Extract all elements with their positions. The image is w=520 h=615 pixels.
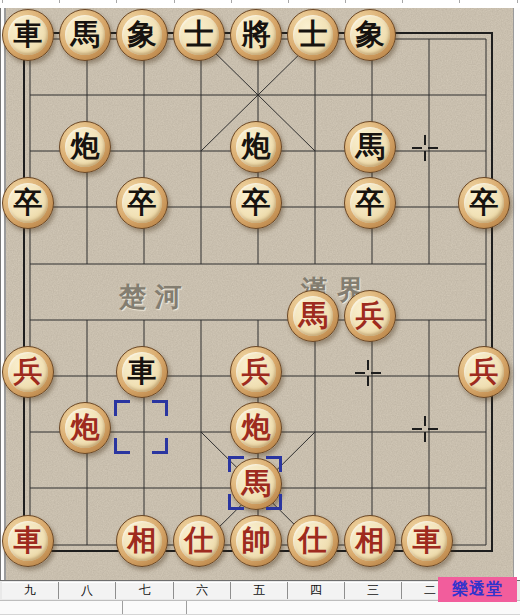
piece-character: 士 [185,20,214,49]
piece-character: 車 [14,526,43,555]
piece-black-chariot[interactable]: 車 [116,346,168,398]
window-right-border [513,8,520,580]
file-label-七: 七 [116,582,174,599]
file-label-五: 五 [231,582,288,599]
piece-character: 象 [356,20,385,49]
piece-black-elephant[interactable]: 象 [116,9,168,61]
piece-character: 卒 [242,188,271,217]
piece-red-chariot[interactable]: 車 [401,515,453,567]
piece-red-horse[interactable]: 馬 [287,290,339,342]
piece-character: 卒 [128,188,157,217]
piece-red-advisor[interactable]: 仕 [173,515,225,567]
piece-character: 兵 [242,357,271,386]
piece-black-chariot[interactable]: 車 [2,9,54,61]
piece-black-cannon[interactable]: 炮 [230,121,282,173]
piece-black-soldier[interactable]: 卒 [230,177,282,229]
file-label-三: 三 [345,582,402,599]
piece-character: 兵 [470,357,499,386]
piece-character: 炮 [71,413,100,442]
top-strip-tick [231,0,232,3]
piece-black-general[interactable]: 將 [230,9,282,61]
piece-black-advisor[interactable]: 士 [287,9,339,61]
piece-red-advisor[interactable]: 仕 [287,515,339,567]
piece-black-soldier[interactable]: 卒 [458,177,510,229]
top-strip-tick [2,0,3,3]
piece-black-elephant[interactable]: 象 [344,9,396,61]
piece-red-soldier[interactable]: 兵 [344,290,396,342]
piece-black-horse[interactable]: 馬 [59,9,111,61]
piece-character: 炮 [71,132,100,161]
piece-red-soldier[interactable]: 兵 [230,346,282,398]
piece-character: 卒 [356,188,385,217]
file-label-八: 八 [59,582,116,599]
piece-character: 馬 [356,132,385,161]
piece-black-soldier[interactable]: 卒 [2,177,54,229]
piece-character: 士 [299,20,328,49]
top-strip-tick [59,0,60,3]
piece-red-elephant[interactable]: 相 [344,515,396,567]
piece-red-elephant[interactable]: 相 [116,515,168,567]
top-strip-tick [174,0,175,3]
file-label-六: 六 [174,582,231,599]
last-move-cross-marker [412,135,438,161]
piece-character: 馬 [71,20,100,49]
top-strip-tick [402,0,403,3]
piece-red-soldier[interactable]: 兵 [458,346,510,398]
piece-character: 馬 [242,469,271,498]
status-bar-divider [186,601,187,615]
piece-character: 相 [128,526,157,555]
piece-character: 車 [14,20,43,49]
piece-red-general[interactable]: 帥 [230,515,282,567]
piece-black-soldier[interactable]: 卒 [116,177,168,229]
piece-character: 兵 [356,301,385,330]
piece-black-cannon[interactable]: 炮 [59,121,111,173]
piece-red-cannon[interactable]: 炮 [230,402,282,454]
piece-character: 炮 [242,132,271,161]
top-strip-tick [288,0,289,3]
status-bar [0,600,520,615]
river-label-chu-he: 楚河 [119,279,191,315]
piece-character: 炮 [242,413,271,442]
top-strip-tick [459,0,460,3]
piece-character: 相 [356,526,385,555]
top-strip-tick [345,0,346,3]
piece-black-horse[interactable]: 馬 [344,121,396,173]
top-strip-tick [116,0,117,3]
piece-character: 帥 [242,526,271,555]
piece-character: 車 [413,526,442,555]
piece-character: 卒 [14,188,43,217]
piece-black-soldier[interactable]: 卒 [344,177,396,229]
piece-character: 車 [128,357,157,386]
piece-red-cannon[interactable]: 炮 [59,402,111,454]
piece-character: 仕 [185,526,214,555]
piece-character: 卒 [470,188,499,217]
piece-black-advisor[interactable]: 士 [173,9,225,61]
letou-tang-logo: 樂透堂 [438,577,517,602]
piece-character: 象 [128,20,157,49]
piece-red-soldier[interactable]: 兵 [2,346,54,398]
piece-character: 將 [242,20,271,49]
piece-character: 馬 [299,301,328,330]
piece-red-horse[interactable]: 馬 [230,458,282,510]
status-bar-divider [122,601,123,615]
file-label-九: 九 [2,582,59,599]
file-label-四: 四 [288,582,345,599]
top-strip-tick [517,0,518,3]
last-move-cross-marker [355,360,381,386]
piece-character: 仕 [299,526,328,555]
piece-red-chariot[interactable]: 車 [2,515,54,567]
last-move-cross-marker [412,416,438,442]
piece-character: 兵 [14,357,43,386]
xiangqi-app-window: 楚河 漢界 車馬象士將士象炮炮馬卒卒卒卒卒車馬兵兵兵兵炮炮馬車相仕帥仕相車 九八… [0,0,520,615]
